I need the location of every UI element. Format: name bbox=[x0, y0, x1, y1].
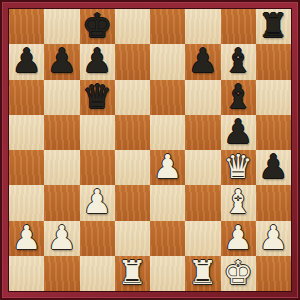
square-c4[interactable] bbox=[80, 150, 115, 185]
square-d7[interactable] bbox=[115, 44, 150, 79]
square-e2[interactable] bbox=[150, 221, 185, 256]
square-e4[interactable]: ♟ bbox=[150, 150, 185, 185]
square-f6[interactable] bbox=[185, 80, 220, 115]
white-pawn-b2[interactable]: ♟ bbox=[47, 221, 77, 254]
square-e6[interactable] bbox=[150, 80, 185, 115]
square-a7[interactable]: ♟ bbox=[9, 44, 44, 79]
square-g5[interactable]: ♟ bbox=[221, 115, 256, 150]
square-g4[interactable]: ♛ bbox=[221, 150, 256, 185]
white-queen-g4[interactable]: ♛ bbox=[223, 150, 253, 183]
white-king-g1[interactable]: ♚ bbox=[223, 256, 253, 289]
square-f8[interactable] bbox=[185, 9, 220, 44]
square-d3[interactable] bbox=[115, 185, 150, 220]
square-g3[interactable]: ♝ bbox=[221, 185, 256, 220]
black-pawn-h4[interactable]: ♟ bbox=[259, 150, 289, 183]
black-king-c8[interactable]: ♚ bbox=[82, 9, 112, 42]
black-pawn-c7[interactable]: ♟ bbox=[82, 44, 112, 77]
square-a2[interactable]: ♟ bbox=[9, 221, 44, 256]
square-e7[interactable] bbox=[150, 44, 185, 79]
square-h2[interactable]: ♟ bbox=[256, 221, 291, 256]
square-f1[interactable]: ♜ bbox=[185, 256, 220, 291]
square-f2[interactable] bbox=[185, 221, 220, 256]
black-queen-c6[interactable]: ♛ bbox=[82, 80, 112, 113]
chess-board: ♚♜♟♟♟♟♝♛♝♟♟♛♟♟♝♟♟♟♟♜♜♚ bbox=[9, 9, 291, 291]
square-d2[interactable] bbox=[115, 221, 150, 256]
square-d5[interactable] bbox=[115, 115, 150, 150]
white-pawn-a2[interactable]: ♟ bbox=[12, 221, 42, 254]
square-b3[interactable] bbox=[44, 185, 79, 220]
black-pawn-b7[interactable]: ♟ bbox=[47, 44, 77, 77]
square-d8[interactable] bbox=[115, 9, 150, 44]
square-e5[interactable] bbox=[150, 115, 185, 150]
square-f3[interactable] bbox=[185, 185, 220, 220]
square-h4[interactable]: ♟ bbox=[256, 150, 291, 185]
square-d6[interactable] bbox=[115, 80, 150, 115]
white-bishop-g3[interactable]: ♝ bbox=[223, 185, 253, 218]
square-a6[interactable] bbox=[9, 80, 44, 115]
square-b4[interactable] bbox=[44, 150, 79, 185]
square-g8[interactable] bbox=[221, 9, 256, 44]
square-f4[interactable] bbox=[185, 150, 220, 185]
white-rook-f1[interactable]: ♜ bbox=[188, 256, 218, 289]
square-b2[interactable]: ♟ bbox=[44, 221, 79, 256]
square-g7[interactable]: ♝ bbox=[221, 44, 256, 79]
white-pawn-g2[interactable]: ♟ bbox=[223, 221, 253, 254]
square-b5[interactable] bbox=[44, 115, 79, 150]
square-f5[interactable] bbox=[185, 115, 220, 150]
square-c1[interactable] bbox=[80, 256, 115, 291]
square-b7[interactable]: ♟ bbox=[44, 44, 79, 79]
white-pawn-c3[interactable]: ♟ bbox=[82, 185, 112, 218]
square-c6[interactable]: ♛ bbox=[80, 80, 115, 115]
square-c2[interactable] bbox=[80, 221, 115, 256]
black-rook-h8[interactable]: ♜ bbox=[259, 9, 289, 42]
square-a8[interactable] bbox=[9, 9, 44, 44]
square-h6[interactable] bbox=[256, 80, 291, 115]
square-e1[interactable] bbox=[150, 256, 185, 291]
square-c7[interactable]: ♟ bbox=[80, 44, 115, 79]
black-bishop-g6[interactable]: ♝ bbox=[223, 80, 253, 113]
white-pawn-e4[interactable]: ♟ bbox=[153, 150, 183, 183]
square-g6[interactable]: ♝ bbox=[221, 80, 256, 115]
square-g1[interactable]: ♚ bbox=[221, 256, 256, 291]
square-h3[interactable] bbox=[256, 185, 291, 220]
square-h8[interactable]: ♜ bbox=[256, 9, 291, 44]
square-c8[interactable]: ♚ bbox=[80, 9, 115, 44]
white-rook-d1[interactable]: ♜ bbox=[118, 256, 148, 289]
square-b1[interactable] bbox=[44, 256, 79, 291]
square-a1[interactable] bbox=[9, 256, 44, 291]
white-pawn-h2[interactable]: ♟ bbox=[259, 221, 289, 254]
square-f7[interactable]: ♟ bbox=[185, 44, 220, 79]
black-pawn-g5[interactable]: ♟ bbox=[223, 115, 253, 148]
square-b8[interactable] bbox=[44, 9, 79, 44]
square-e3[interactable] bbox=[150, 185, 185, 220]
black-bishop-g7[interactable]: ♝ bbox=[223, 44, 253, 77]
square-h1[interactable] bbox=[256, 256, 291, 291]
square-d1[interactable]: ♜ bbox=[115, 256, 150, 291]
square-a3[interactable] bbox=[9, 185, 44, 220]
board-frame: ♚♜♟♟♟♟♝♛♝♟♟♛♟♟♝♟♟♟♟♜♜♚ bbox=[0, 0, 300, 300]
square-b6[interactable] bbox=[44, 80, 79, 115]
square-h7[interactable] bbox=[256, 44, 291, 79]
square-e8[interactable] bbox=[150, 9, 185, 44]
black-pawn-f7[interactable]: ♟ bbox=[188, 44, 218, 77]
black-pawn-a7[interactable]: ♟ bbox=[12, 44, 42, 77]
square-d4[interactable] bbox=[115, 150, 150, 185]
square-a5[interactable] bbox=[9, 115, 44, 150]
square-c5[interactable] bbox=[80, 115, 115, 150]
square-g2[interactable]: ♟ bbox=[221, 221, 256, 256]
square-c3[interactable]: ♟ bbox=[80, 185, 115, 220]
square-a4[interactable] bbox=[9, 150, 44, 185]
square-h5[interactable] bbox=[256, 115, 291, 150]
